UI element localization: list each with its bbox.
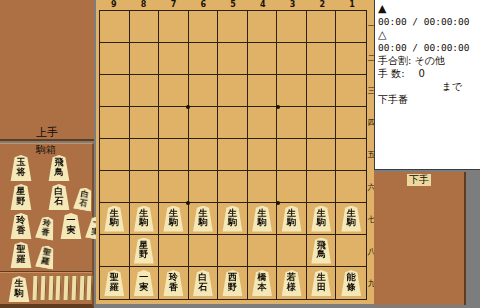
board-cell-7三[interactable] bbox=[159, 75, 189, 107]
uwate-stand-label: 上手 bbox=[36, 126, 58, 139]
move-count-line: 手 数: 0 bbox=[378, 67, 478, 80]
shogi-piece[interactable]: 一実 bbox=[133, 270, 154, 296]
board-grid: 生駒生駒生駒生駒生駒生駒生駒生駒生駒星野飛鳥聖羅一実玲香白石西野橋本若様生田能條 bbox=[99, 10, 367, 300]
edge-on-pawn-piece[interactable] bbox=[72, 276, 77, 300]
board-cell-9九[interactable]: 聖羅 bbox=[100, 267, 130, 299]
board-cell-4一[interactable] bbox=[248, 11, 278, 43]
board-cell-9七[interactable]: 生駒 bbox=[100, 203, 130, 235]
shogi-piece[interactable]: 西野 bbox=[222, 270, 243, 296]
star-point bbox=[276, 105, 280, 109]
board-cell-3四[interactable] bbox=[277, 107, 307, 139]
board-cell-8六[interactable] bbox=[130, 171, 160, 203]
shogi-piece[interactable]: 生駒 bbox=[133, 206, 154, 232]
shogi-piece[interactable]: 能條 bbox=[341, 270, 362, 296]
board-cell-6二[interactable] bbox=[189, 43, 219, 75]
board-cell-9三[interactable] bbox=[100, 75, 130, 107]
piece-box-row: 星野白石白石 bbox=[0, 184, 92, 210]
edge-on-pawn-piece[interactable] bbox=[33, 276, 38, 300]
piece-box-divider bbox=[0, 271, 92, 273]
board-cell-4八[interactable] bbox=[248, 235, 278, 267]
board-cell-1六[interactable] bbox=[336, 171, 366, 203]
board-cell-8七[interactable]: 生駒 bbox=[130, 203, 160, 235]
board-cell-7四[interactable] bbox=[159, 107, 189, 139]
file-label: 4 bbox=[248, 0, 278, 10]
board-cell-4九[interactable]: 橋本 bbox=[248, 267, 278, 299]
piece-box-row: 玉将飛鳥 bbox=[0, 155, 92, 181]
board-cell-5九[interactable]: 西野 bbox=[218, 267, 248, 299]
board-cell-3六[interactable] bbox=[277, 171, 307, 203]
shogi-piece[interactable]: 生駒 bbox=[8, 276, 30, 302]
file-labels: 987654321 bbox=[99, 0, 367, 10]
board-cell-9二[interactable] bbox=[100, 43, 130, 75]
shitate-stand-label: 下手 bbox=[407, 174, 431, 186]
board-cell-5四[interactable] bbox=[218, 107, 248, 139]
board-cell-4三[interactable] bbox=[248, 75, 278, 107]
turn-indicator: 下手番 bbox=[378, 93, 478, 106]
file-label: 1 bbox=[337, 0, 367, 10]
board-cell-8三[interactable] bbox=[130, 75, 160, 107]
board-cell-1四[interactable] bbox=[336, 107, 366, 139]
file-label: 2 bbox=[307, 0, 337, 10]
board-cell-8四[interactable] bbox=[130, 107, 160, 139]
board-cell-7六[interactable] bbox=[159, 171, 189, 203]
board-cell-1五[interactable] bbox=[336, 139, 366, 171]
shogi-piece[interactable]: 星野 bbox=[10, 184, 32, 210]
board-cell-6八[interactable] bbox=[189, 235, 219, 267]
board-cell-3八[interactable] bbox=[277, 235, 307, 267]
file-label: 5 bbox=[218, 0, 248, 10]
board-cell-9五[interactable] bbox=[100, 139, 130, 171]
board-cell-8一[interactable] bbox=[130, 11, 160, 43]
shogi-piece[interactable]: 生田 bbox=[311, 270, 332, 296]
shogi-piece[interactable]: 生駒 bbox=[192, 206, 213, 232]
board-cell-5一[interactable] bbox=[218, 11, 248, 43]
edge-on-pawn-piece[interactable] bbox=[48, 276, 53, 300]
shogi-piece[interactable]: 一実 bbox=[60, 213, 82, 239]
board-cell-2三[interactable] bbox=[307, 75, 337, 107]
edge-on-pawn-piece[interactable] bbox=[64, 276, 69, 300]
move-count-label: 手 数: bbox=[378, 67, 405, 80]
file-label: 7 bbox=[159, 0, 189, 10]
shogi-piece[interactable]: 玲香 bbox=[10, 213, 32, 239]
edge-on-pawn-piece[interactable] bbox=[56, 276, 61, 300]
edge-on-pawn-piece[interactable] bbox=[87, 276, 92, 300]
edge-on-pawn-piece[interactable] bbox=[79, 276, 84, 300]
board-cell-7七[interactable]: 生駒 bbox=[159, 203, 189, 235]
board-cell-2九[interactable]: 生田 bbox=[307, 267, 337, 299]
board-cell-5六[interactable] bbox=[218, 171, 248, 203]
board-cell-1九[interactable]: 能條 bbox=[336, 267, 366, 299]
shogi-app-window: 上手 駒箱 玉将飛鳥星野白石白石玲香玲香一実一実聖羅聖羅 生駒 98765432… bbox=[0, 0, 480, 308]
board-cell-3二[interactable] bbox=[277, 43, 307, 75]
made-label: まで bbox=[378, 80, 478, 93]
shogi-piece[interactable]: 玲香 bbox=[34, 215, 57, 241]
shogi-piece[interactable]: 飛鳥 bbox=[48, 155, 70, 181]
sente-mark-icon: ▲ bbox=[378, 2, 478, 15]
piece-box-row: 玲香玲香一実一実 bbox=[0, 213, 92, 239]
board-cell-6一[interactable] bbox=[189, 11, 219, 43]
shogi-piece[interactable]: 生駒 bbox=[311, 206, 332, 232]
board-cell-3一[interactable] bbox=[277, 11, 307, 43]
board-cell-2八[interactable]: 飛鳥 bbox=[307, 235, 337, 267]
board-cell-6九[interactable]: 白石 bbox=[189, 267, 219, 299]
handicap-line: 手合割: その他 bbox=[378, 54, 478, 67]
board-cell-5五[interactable] bbox=[218, 139, 248, 171]
board-cell-1二[interactable] bbox=[336, 43, 366, 75]
piece-box[interactable]: 駒箱 玉将飛鳥星野白石白石玲香玲香一実一実聖羅聖羅 生駒 bbox=[0, 143, 94, 308]
board-cell-4七[interactable]: 生駒 bbox=[248, 203, 278, 235]
board-cell-7五[interactable] bbox=[159, 139, 189, 171]
board-cell-5三[interactable] bbox=[218, 75, 248, 107]
file-label: 3 bbox=[278, 0, 308, 10]
board-cell-9六[interactable] bbox=[100, 171, 130, 203]
shogi-piece[interactable]: 生駒 bbox=[222, 206, 243, 232]
piece-box-rows: 玉将飛鳥星野白石白石玲香玲香一実一実聖羅聖羅 bbox=[0, 155, 92, 268]
shogi-piece[interactable]: 星野 bbox=[133, 238, 154, 264]
uwate-piece-stand[interactable]: 上手 bbox=[0, 0, 94, 141]
board-cell-9八[interactable] bbox=[100, 235, 130, 267]
board-cell-2六[interactable] bbox=[307, 171, 337, 203]
shogi-piece[interactable]: 白石 bbox=[48, 184, 70, 210]
board-cell-7八[interactable] bbox=[159, 235, 189, 267]
shogi-piece[interactable]: 白石 bbox=[72, 186, 95, 212]
board-cell-2二[interactable] bbox=[307, 43, 337, 75]
shogi-piece[interactable]: 生駒 bbox=[252, 206, 273, 232]
board-cell-4二[interactable] bbox=[248, 43, 278, 75]
board-cell-8八[interactable]: 星野 bbox=[130, 235, 160, 267]
file-label: 8 bbox=[129, 0, 159, 10]
shogi-piece[interactable]: 橋本 bbox=[252, 270, 273, 296]
board-cell-9一[interactable] bbox=[100, 11, 130, 43]
piece-box-label: 駒箱 bbox=[0, 144, 92, 155]
game-info-panel: ▲ 00:00 / 00:00:00 △ 00:00 / 00:00:00 手合… bbox=[374, 0, 480, 170]
board-cell-5七[interactable]: 生駒 bbox=[218, 203, 248, 235]
board-cell-7九[interactable]: 玲香 bbox=[159, 267, 189, 299]
board-cell-6四[interactable] bbox=[189, 107, 219, 139]
board-cell-3三[interactable] bbox=[277, 75, 307, 107]
board-cell-2五[interactable] bbox=[307, 139, 337, 171]
shogi-piece[interactable]: 玉将 bbox=[10, 155, 32, 181]
shogi-piece[interactable]: 生駒 bbox=[281, 206, 302, 232]
board-cell-1八[interactable] bbox=[336, 235, 366, 267]
board-cell-6七[interactable]: 生駒 bbox=[189, 203, 219, 235]
shogi-piece[interactable]: 聖羅 bbox=[10, 242, 32, 268]
move-count-value: 0 bbox=[419, 67, 425, 80]
star-point bbox=[276, 201, 280, 205]
gote-mark-icon: △ bbox=[378, 28, 478, 41]
board-panel: 987654321 生駒生駒生駒生駒生駒生駒生駒生駒生駒星野飛鳥聖羅一実玲香白石… bbox=[96, 0, 374, 304]
shitate-piece-stand[interactable]: 下手 bbox=[374, 172, 466, 305]
board-cell-3九[interactable]: 若様 bbox=[277, 267, 307, 299]
board-cell-6三[interactable] bbox=[189, 75, 219, 107]
board-cell-4四[interactable] bbox=[248, 107, 278, 139]
edge-on-pawn-piece[interactable] bbox=[41, 276, 46, 300]
board-cell-7一[interactable] bbox=[159, 11, 189, 43]
board-cell-4五[interactable] bbox=[248, 139, 278, 171]
board-cell-8九[interactable]: 一実 bbox=[130, 267, 160, 299]
piece-box-row: 聖羅聖羅 bbox=[0, 242, 92, 268]
board-cell-5八[interactable] bbox=[218, 235, 248, 267]
shogi-piece[interactable]: 生駒 bbox=[341, 206, 362, 232]
board-grid-wrap: 生駒生駒生駒生駒生駒生駒生駒生駒生駒星野飛鳥聖羅一実玲香白石西野橋本若様生田能條 bbox=[99, 10, 367, 300]
board-cell-1一[interactable] bbox=[336, 11, 366, 43]
board-cell-2四[interactable] bbox=[307, 107, 337, 139]
shogi-piece[interactable]: 聖羅 bbox=[34, 244, 57, 270]
shogi-piece[interactable]: 生駒 bbox=[163, 206, 184, 232]
board-cell-7二[interactable] bbox=[159, 43, 189, 75]
shogi-piece[interactable]: 聖羅 bbox=[104, 270, 125, 296]
board-cell-8二[interactable] bbox=[130, 43, 160, 75]
board-cell-3七[interactable]: 生駒 bbox=[277, 203, 307, 235]
board-cell-6六[interactable] bbox=[189, 171, 219, 203]
shogi-piece[interactable]: 若様 bbox=[281, 270, 302, 296]
board-cell-9四[interactable] bbox=[100, 107, 130, 139]
board-cell-2七[interactable]: 生駒 bbox=[307, 203, 337, 235]
board-cell-5二[interactable] bbox=[218, 43, 248, 75]
board-cell-1七[interactable]: 生駒 bbox=[336, 203, 366, 235]
board-cell-4六[interactable] bbox=[248, 171, 278, 203]
board-cell-6五[interactable] bbox=[189, 139, 219, 171]
shogi-piece[interactable]: 生駒 bbox=[104, 206, 125, 232]
file-label: 6 bbox=[188, 0, 218, 10]
board-cell-1三[interactable] bbox=[336, 75, 366, 107]
shogi-piece[interactable]: 玲香 bbox=[163, 270, 184, 296]
shogi-piece[interactable]: 白石 bbox=[192, 270, 213, 296]
board-cell-3五[interactable] bbox=[277, 139, 307, 171]
sente-clock: 00:00 / 00:00:00 bbox=[378, 15, 478, 28]
pawn-tray-row: 生駒 bbox=[0, 276, 92, 304]
file-label: 9 bbox=[99, 0, 129, 10]
star-point bbox=[186, 105, 190, 109]
board-cell-8五[interactable] bbox=[130, 139, 160, 171]
gote-clock: 00:00 / 00:00:00 bbox=[378, 41, 478, 54]
board-cell-2一[interactable] bbox=[307, 11, 337, 43]
shogi-piece[interactable]: 飛鳥 bbox=[311, 238, 332, 264]
star-point bbox=[186, 201, 190, 205]
